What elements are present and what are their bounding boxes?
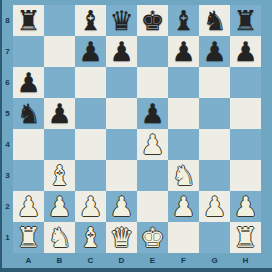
piece-white-pawn[interactable]: ♟ xyxy=(109,191,133,222)
square-g3[interactable] xyxy=(199,160,230,191)
square-b4[interactable] xyxy=(44,129,75,160)
square-f5[interactable] xyxy=(168,98,199,129)
rank-label-3: 3 xyxy=(2,160,13,191)
piece-white-pawn[interactable]: ♟ xyxy=(47,191,71,222)
piece-white-pawn[interactable]: ♟ xyxy=(78,191,102,222)
piece-black-pawn[interactable]: ♟ xyxy=(140,98,164,129)
square-a5[interactable]: ♞ xyxy=(13,98,44,129)
square-b2[interactable]: ♟ xyxy=(44,191,75,222)
square-f4[interactable] xyxy=(168,129,199,160)
piece-white-bishop[interactable]: ♝ xyxy=(78,222,102,253)
square-f6[interactable] xyxy=(168,67,199,98)
square-f2[interactable]: ♟ xyxy=(168,191,199,222)
piece-black-pawn[interactable]: ♟ xyxy=(233,36,257,67)
square-a2[interactable]: ♟ xyxy=(13,191,44,222)
rank-label-7: 7 xyxy=(2,36,13,67)
piece-white-pawn[interactable]: ♟ xyxy=(171,191,195,222)
square-c2[interactable]: ♟ xyxy=(75,191,106,222)
square-c3[interactable] xyxy=(75,160,106,191)
file-label-h: H xyxy=(230,254,261,267)
file-label-b: B xyxy=(44,254,75,267)
square-d4[interactable] xyxy=(106,129,137,160)
square-g4[interactable] xyxy=(199,129,230,160)
piece-black-pawn[interactable]: ♟ xyxy=(109,36,133,67)
square-b5[interactable]: ♟ xyxy=(44,98,75,129)
square-e6[interactable] xyxy=(137,67,168,98)
piece-black-rook[interactable]: ♜ xyxy=(233,5,257,36)
piece-white-rook[interactable]: ♜ xyxy=(16,222,40,253)
square-g2[interactable]: ♟ xyxy=(199,191,230,222)
square-e2[interactable] xyxy=(137,191,168,222)
rank-labels: 87654321 xyxy=(2,5,13,253)
square-g1[interactable] xyxy=(199,222,230,253)
piece-white-rook[interactable]: ♜ xyxy=(233,222,257,253)
chess-diagram: 87654321 ♜♝♛♚♝♞♜♟♟♟♟♟♟♞♟♟♟♝♞♟♟♟♟♟♟♟♜♞♝♛♚… xyxy=(0,0,272,272)
square-d5[interactable] xyxy=(106,98,137,129)
square-g8[interactable]: ♞ xyxy=(199,5,230,36)
square-e4[interactable]: ♟ xyxy=(137,129,168,160)
square-b1[interactable]: ♞ xyxy=(44,222,75,253)
piece-black-knight[interactable]: ♞ xyxy=(16,98,40,129)
square-g6[interactable] xyxy=(199,67,230,98)
square-e8[interactable]: ♚ xyxy=(137,5,168,36)
square-c7[interactable]: ♟ xyxy=(75,36,106,67)
file-label-f: F xyxy=(168,254,199,267)
square-b6[interactable] xyxy=(44,67,75,98)
square-e3[interactable] xyxy=(137,160,168,191)
file-label-d: D xyxy=(106,254,137,267)
piece-black-knight[interactable]: ♞ xyxy=(202,5,226,36)
rank-label-4: 4 xyxy=(2,129,13,160)
piece-white-pawn[interactable]: ♟ xyxy=(16,191,40,222)
piece-white-bishop[interactable]: ♝ xyxy=(47,160,71,191)
square-f3[interactable]: ♞ xyxy=(168,160,199,191)
square-h1[interactable]: ♜ xyxy=(230,222,261,253)
file-label-g: G xyxy=(199,254,230,267)
square-e5[interactable]: ♟ xyxy=(137,98,168,129)
piece-black-pawn[interactable]: ♟ xyxy=(47,98,71,129)
square-a6[interactable]: ♟ xyxy=(13,67,44,98)
square-h5[interactable] xyxy=(230,98,261,129)
piece-white-pawn[interactable]: ♟ xyxy=(140,129,164,160)
piece-black-pawn[interactable]: ♟ xyxy=(78,36,102,67)
square-e1[interactable]: ♚ xyxy=(137,222,168,253)
square-a8[interactable]: ♜ xyxy=(13,5,44,36)
square-b8[interactable] xyxy=(44,5,75,36)
piece-black-king[interactable]: ♚ xyxy=(140,5,164,36)
square-c5[interactable] xyxy=(75,98,106,129)
square-c8[interactable]: ♝ xyxy=(75,5,106,36)
square-h4[interactable] xyxy=(230,129,261,160)
square-h8[interactable]: ♜ xyxy=(230,5,261,36)
piece-white-queen[interactable]: ♛ xyxy=(109,222,133,253)
square-c1[interactable]: ♝ xyxy=(75,222,106,253)
piece-black-pawn[interactable]: ♟ xyxy=(202,36,226,67)
square-a4[interactable] xyxy=(13,129,44,160)
piece-white-pawn[interactable]: ♟ xyxy=(202,191,226,222)
piece-black-pawn[interactable]: ♟ xyxy=(171,36,195,67)
piece-white-knight[interactable]: ♞ xyxy=(47,222,71,253)
rank-label-2: 2 xyxy=(2,191,13,222)
square-e7[interactable] xyxy=(137,36,168,67)
square-d8[interactable]: ♛ xyxy=(106,5,137,36)
square-h3[interactable] xyxy=(230,160,261,191)
square-h2[interactable]: ♟ xyxy=(230,191,261,222)
piece-black-queen[interactable]: ♛ xyxy=(109,5,133,36)
square-b3[interactable]: ♝ xyxy=(44,160,75,191)
piece-black-rook[interactable]: ♜ xyxy=(16,5,40,36)
square-c4[interactable] xyxy=(75,129,106,160)
square-f8[interactable]: ♝ xyxy=(168,5,199,36)
piece-white-knight[interactable]: ♞ xyxy=(171,160,195,191)
piece-black-bishop[interactable]: ♝ xyxy=(78,5,102,36)
piece-black-bishop[interactable]: ♝ xyxy=(171,5,195,36)
piece-white-king[interactable]: ♚ xyxy=(140,222,164,253)
square-c6[interactable] xyxy=(75,67,106,98)
board-edge-bottom xyxy=(0,268,272,272)
square-d6[interactable] xyxy=(106,67,137,98)
square-f1[interactable] xyxy=(168,222,199,253)
file-label-e: E xyxy=(137,254,168,267)
square-d7[interactable]: ♟ xyxy=(106,36,137,67)
square-g5[interactable] xyxy=(199,98,230,129)
piece-black-pawn[interactable]: ♟ xyxy=(16,67,40,98)
square-f7[interactable]: ♟ xyxy=(168,36,199,67)
rank-label-5: 5 xyxy=(2,98,13,129)
rank-label-6: 6 xyxy=(2,67,13,98)
square-a3[interactable] xyxy=(13,160,44,191)
rank-label-1: 1 xyxy=(2,222,13,253)
square-d3[interactable] xyxy=(106,160,137,191)
chess-board: ♜♝♛♚♝♞♜♟♟♟♟♟♟♞♟♟♟♝♞♟♟♟♟♟♟♟♜♞♝♛♚♜ xyxy=(13,5,261,253)
file-label-a: A xyxy=(13,254,44,267)
square-g7[interactable]: ♟ xyxy=(199,36,230,67)
square-d2[interactable]: ♟ xyxy=(106,191,137,222)
file-label-c: C xyxy=(75,254,106,267)
square-h6[interactable] xyxy=(230,67,261,98)
square-a1[interactable]: ♜ xyxy=(13,222,44,253)
rank-label-8: 8 xyxy=(2,5,13,36)
piece-white-pawn[interactable]: ♟ xyxy=(233,191,257,222)
square-b7[interactable] xyxy=(44,36,75,67)
file-labels: ABCDEFGH xyxy=(13,254,261,267)
square-h7[interactable]: ♟ xyxy=(230,36,261,67)
square-a7[interactable] xyxy=(13,36,44,67)
square-d1[interactable]: ♛ xyxy=(106,222,137,253)
